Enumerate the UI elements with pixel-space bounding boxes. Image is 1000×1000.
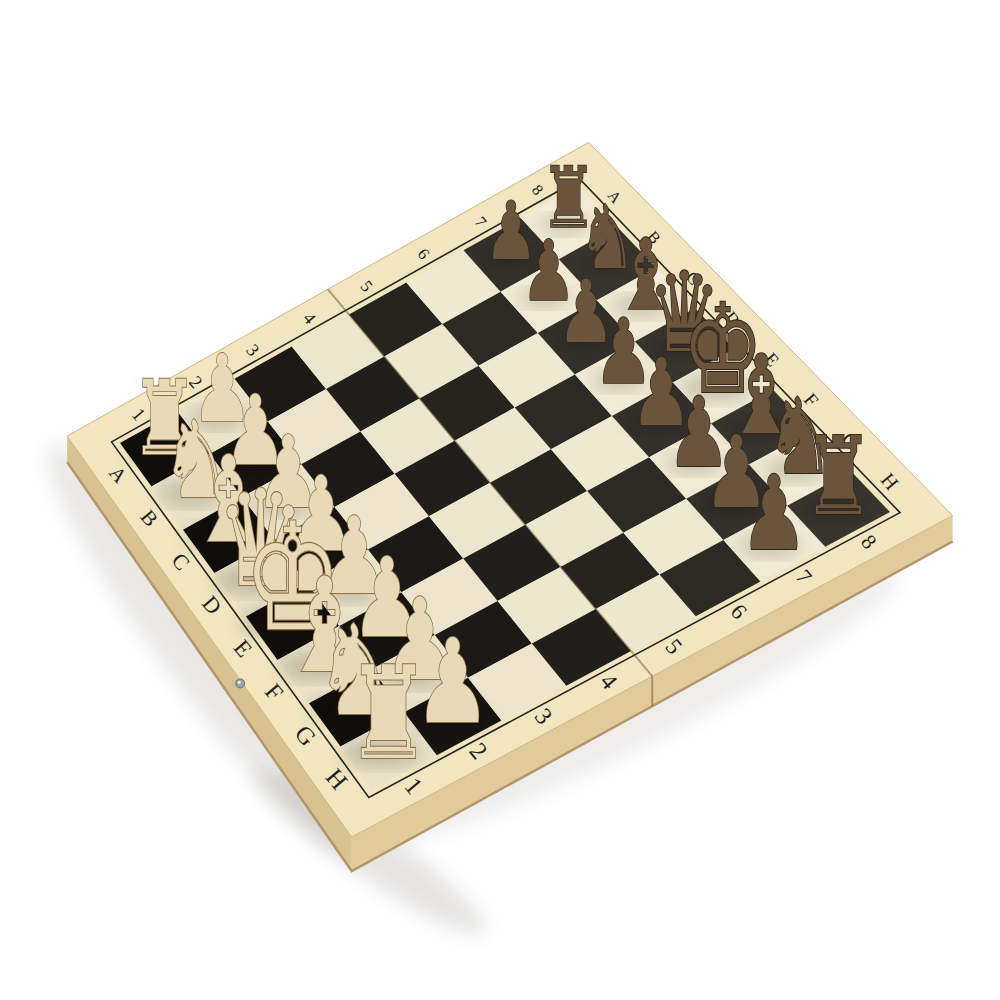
piece-black-pawn-h7[interactable]: ♟: [740, 453, 808, 572]
pawn-glyph: ♟: [740, 453, 808, 572]
scene: AABBCCDDEEFFGGHH1122334455667788♜♟♞♟♝♟♛♟…: [0, 0, 1000, 1000]
rook-glyph: ♜: [802, 413, 874, 540]
chess-board-photo: AABBCCDDEEFFGGHH1122334455667788♜♟♞♟♝♟♛♟…: [0, 0, 1000, 1000]
rook-glyph: ♜: [346, 638, 431, 788]
piece-white-rook-h1[interactable]: ♜: [346, 638, 431, 788]
clasp-highlight: [238, 681, 241, 684]
piece-black-rook-h8[interactable]: ♜: [802, 413, 874, 540]
